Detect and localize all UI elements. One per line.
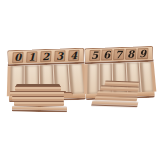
digit-label: 7 — [115, 49, 122, 59]
spindle-box-product-photo: 0 1 2 3 4 5 6 7 8 — [0, 0, 160, 160]
number-tile: 7 — [113, 49, 125, 60]
number-tile: 1 — [26, 51, 38, 62]
number-tile: 6 — [101, 49, 113, 60]
compartment-4[interactable] — [70, 64, 85, 94]
digit-label: 8 — [128, 49, 135, 59]
number-tile: 2 — [40, 51, 52, 62]
number-tile: 9 — [137, 48, 149, 59]
digit-label: 5 — [91, 50, 98, 60]
digit-label: 6 — [103, 50, 110, 60]
spindle-tray-board — [91, 100, 138, 108]
number-tile: 4 — [68, 50, 80, 61]
digit-label: 3 — [56, 51, 63, 61]
spindle-stack-left[interactable] — [10, 84, 70, 112]
number-tile: 8 — [125, 48, 137, 59]
number-tile: 3 — [54, 50, 66, 61]
digit-label: 1 — [29, 52, 36, 62]
digit-label: 0 — [15, 52, 22, 62]
spindle-ends — [64, 92, 73, 97]
digit-label: 2 — [42, 51, 49, 61]
digit-label: 9 — [140, 49, 147, 59]
spindle-tray-board — [12, 106, 67, 113]
digit-label: 4 — [70, 50, 77, 60]
number-tile: 0 — [12, 52, 24, 63]
number-tile: 5 — [89, 50, 101, 61]
spindle-stack-right[interactable] — [91, 80, 146, 109]
